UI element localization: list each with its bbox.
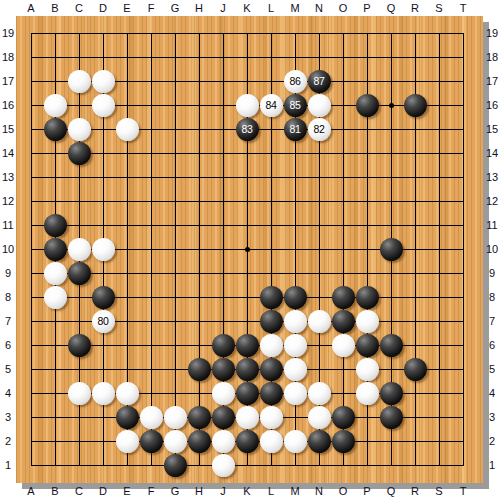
board-point-G2[interactable] bbox=[163, 429, 187, 453]
board-point-D3[interactable] bbox=[91, 405, 115, 429]
board-point-O5[interactable] bbox=[331, 357, 355, 381]
board-point-T1[interactable] bbox=[451, 453, 475, 477]
board-point-S5[interactable] bbox=[427, 357, 451, 381]
board-point-G5[interactable] bbox=[163, 357, 187, 381]
board-point-O2[interactable] bbox=[331, 429, 355, 453]
board-point-M8[interactable] bbox=[283, 285, 307, 309]
board-point-E6[interactable] bbox=[115, 333, 139, 357]
board-point-T9[interactable] bbox=[451, 261, 475, 285]
board-point-C18[interactable] bbox=[67, 45, 91, 69]
board-point-A7[interactable] bbox=[19, 309, 43, 333]
board-point-H9[interactable] bbox=[187, 261, 211, 285]
board-point-L3[interactable] bbox=[259, 405, 283, 429]
board-point-C2[interactable] bbox=[67, 429, 91, 453]
board-point-S9[interactable] bbox=[427, 261, 451, 285]
board-point-N19[interactable] bbox=[307, 21, 331, 45]
board-point-O19[interactable] bbox=[331, 21, 355, 45]
board-point-F3[interactable] bbox=[139, 405, 163, 429]
board-point-C9[interactable] bbox=[67, 261, 91, 285]
board-point-C11[interactable] bbox=[67, 213, 91, 237]
board-point-N14[interactable] bbox=[307, 141, 331, 165]
board-point-K9[interactable] bbox=[235, 261, 259, 285]
board-point-F16[interactable] bbox=[139, 93, 163, 117]
board-point-G18[interactable] bbox=[163, 45, 187, 69]
board-point-Q19[interactable] bbox=[379, 21, 403, 45]
board-point-C1[interactable] bbox=[67, 453, 91, 477]
board-point-H12[interactable] bbox=[187, 189, 211, 213]
board-point-H8[interactable] bbox=[187, 285, 211, 309]
board-point-K3[interactable] bbox=[235, 405, 259, 429]
board-point-F7[interactable] bbox=[139, 309, 163, 333]
board-point-H2[interactable] bbox=[187, 429, 211, 453]
board-point-B15[interactable] bbox=[43, 117, 67, 141]
board-point-F12[interactable] bbox=[139, 189, 163, 213]
board-point-L17[interactable] bbox=[259, 69, 283, 93]
board-point-S13[interactable] bbox=[427, 165, 451, 189]
board-point-P12[interactable] bbox=[355, 189, 379, 213]
board-point-E19[interactable] bbox=[115, 21, 139, 45]
board-point-D8[interactable] bbox=[91, 285, 115, 309]
board-point-D6[interactable] bbox=[91, 333, 115, 357]
board-point-H4[interactable] bbox=[187, 381, 211, 405]
board-point-A19[interactable] bbox=[19, 21, 43, 45]
board-point-R8[interactable] bbox=[403, 285, 427, 309]
board-point-R16[interactable] bbox=[403, 93, 427, 117]
board-point-K1[interactable] bbox=[235, 453, 259, 477]
board-point-R9[interactable] bbox=[403, 261, 427, 285]
board-point-L19[interactable] bbox=[259, 21, 283, 45]
board-point-M1[interactable] bbox=[283, 453, 307, 477]
board-point-A11[interactable] bbox=[19, 213, 43, 237]
board-point-G17[interactable] bbox=[163, 69, 187, 93]
board-point-C7[interactable] bbox=[67, 309, 91, 333]
board-point-H18[interactable] bbox=[187, 45, 211, 69]
board-point-M17[interactable]: 86 bbox=[283, 69, 307, 93]
board-point-T2[interactable] bbox=[451, 429, 475, 453]
board-point-F6[interactable] bbox=[139, 333, 163, 357]
board-point-J11[interactable] bbox=[211, 213, 235, 237]
board-point-T17[interactable] bbox=[451, 69, 475, 93]
board-point-Q6[interactable] bbox=[379, 333, 403, 357]
board-point-R3[interactable] bbox=[403, 405, 427, 429]
board-point-D5[interactable] bbox=[91, 357, 115, 381]
board-point-N16[interactable] bbox=[307, 93, 331, 117]
board-point-R18[interactable] bbox=[403, 45, 427, 69]
board-point-L2[interactable] bbox=[259, 429, 283, 453]
board-point-C5[interactable] bbox=[67, 357, 91, 381]
board-point-B17[interactable] bbox=[43, 69, 67, 93]
board-point-G3[interactable] bbox=[163, 405, 187, 429]
board-point-J18[interactable] bbox=[211, 45, 235, 69]
board-point-N18[interactable] bbox=[307, 45, 331, 69]
board-point-K16[interactable] bbox=[235, 93, 259, 117]
board-point-J6[interactable] bbox=[211, 333, 235, 357]
board-point-D15[interactable] bbox=[91, 117, 115, 141]
board-point-P2[interactable] bbox=[355, 429, 379, 453]
board-point-P5[interactable] bbox=[355, 357, 379, 381]
board-point-S1[interactable] bbox=[427, 453, 451, 477]
board-point-T14[interactable] bbox=[451, 141, 475, 165]
board-point-L7[interactable] bbox=[259, 309, 283, 333]
board-point-G12[interactable] bbox=[163, 189, 187, 213]
board-point-G8[interactable] bbox=[163, 285, 187, 309]
board-point-D9[interactable] bbox=[91, 261, 115, 285]
board-point-L11[interactable] bbox=[259, 213, 283, 237]
board-point-R12[interactable] bbox=[403, 189, 427, 213]
board-point-E8[interactable] bbox=[115, 285, 139, 309]
board-point-A9[interactable] bbox=[19, 261, 43, 285]
board-point-D1[interactable] bbox=[91, 453, 115, 477]
board-point-A3[interactable] bbox=[19, 405, 43, 429]
board-point-T4[interactable] bbox=[451, 381, 475, 405]
board-point-P16[interactable] bbox=[355, 93, 379, 117]
board-point-O8[interactable] bbox=[331, 285, 355, 309]
board-point-Q17[interactable] bbox=[379, 69, 403, 93]
board-point-E4[interactable] bbox=[115, 381, 139, 405]
board-point-A12[interactable] bbox=[19, 189, 43, 213]
board-point-M12[interactable] bbox=[283, 189, 307, 213]
board-point-B10[interactable] bbox=[43, 237, 67, 261]
board-point-K12[interactable] bbox=[235, 189, 259, 213]
board-point-G15[interactable] bbox=[163, 117, 187, 141]
board-point-D12[interactable] bbox=[91, 189, 115, 213]
board-point-J16[interactable] bbox=[211, 93, 235, 117]
board-point-D2[interactable] bbox=[91, 429, 115, 453]
board-point-S15[interactable] bbox=[427, 117, 451, 141]
board-point-C10[interactable] bbox=[67, 237, 91, 261]
board-point-N6[interactable] bbox=[307, 333, 331, 357]
board-point-T3[interactable] bbox=[451, 405, 475, 429]
board-point-H15[interactable] bbox=[187, 117, 211, 141]
board-point-B13[interactable] bbox=[43, 165, 67, 189]
board-point-E18[interactable] bbox=[115, 45, 139, 69]
board-point-A14[interactable] bbox=[19, 141, 43, 165]
board-point-D19[interactable] bbox=[91, 21, 115, 45]
board-point-B1[interactable] bbox=[43, 453, 67, 477]
board-point-S17[interactable] bbox=[427, 69, 451, 93]
board-point-K2[interactable] bbox=[235, 429, 259, 453]
board-point-O18[interactable] bbox=[331, 45, 355, 69]
board-point-K17[interactable] bbox=[235, 69, 259, 93]
board-point-L10[interactable] bbox=[259, 237, 283, 261]
board-point-F2[interactable] bbox=[139, 429, 163, 453]
board-point-P17[interactable] bbox=[355, 69, 379, 93]
board-point-J1[interactable] bbox=[211, 453, 235, 477]
board-point-K5[interactable] bbox=[235, 357, 259, 381]
board-point-S8[interactable] bbox=[427, 285, 451, 309]
board-point-B2[interactable] bbox=[43, 429, 67, 453]
board-point-O6[interactable] bbox=[331, 333, 355, 357]
board-point-A18[interactable] bbox=[19, 45, 43, 69]
board-point-H11[interactable] bbox=[187, 213, 211, 237]
board-point-S4[interactable] bbox=[427, 381, 451, 405]
board-point-H1[interactable] bbox=[187, 453, 211, 477]
board-point-J4[interactable] bbox=[211, 381, 235, 405]
board-point-H14[interactable] bbox=[187, 141, 211, 165]
board-point-R15[interactable] bbox=[403, 117, 427, 141]
board-point-P10[interactable] bbox=[355, 237, 379, 261]
board-point-F9[interactable] bbox=[139, 261, 163, 285]
board-point-G6[interactable] bbox=[163, 333, 187, 357]
board-point-S18[interactable] bbox=[427, 45, 451, 69]
board-point-H19[interactable] bbox=[187, 21, 211, 45]
board-point-H6[interactable] bbox=[187, 333, 211, 357]
board-point-F1[interactable] bbox=[139, 453, 163, 477]
board-point-J7[interactable] bbox=[211, 309, 235, 333]
board-point-E13[interactable] bbox=[115, 165, 139, 189]
board-point-S2[interactable] bbox=[427, 429, 451, 453]
board-point-H10[interactable] bbox=[187, 237, 211, 261]
board-point-P6[interactable] bbox=[355, 333, 379, 357]
board-point-R14[interactable] bbox=[403, 141, 427, 165]
board-point-F13[interactable] bbox=[139, 165, 163, 189]
board-point-O4[interactable] bbox=[331, 381, 355, 405]
board-point-R6[interactable] bbox=[403, 333, 427, 357]
board-point-Q2[interactable] bbox=[379, 429, 403, 453]
board-point-Q13[interactable] bbox=[379, 165, 403, 189]
board-point-E3[interactable] bbox=[115, 405, 139, 429]
board-point-K6[interactable] bbox=[235, 333, 259, 357]
board-point-P1[interactable] bbox=[355, 453, 379, 477]
board-point-B6[interactable] bbox=[43, 333, 67, 357]
board-point-A13[interactable] bbox=[19, 165, 43, 189]
board-point-P14[interactable] bbox=[355, 141, 379, 165]
board-point-Q4[interactable] bbox=[379, 381, 403, 405]
board-point-P4[interactable] bbox=[355, 381, 379, 405]
board-point-R11[interactable] bbox=[403, 213, 427, 237]
board-point-K19[interactable] bbox=[235, 21, 259, 45]
board-point-B16[interactable] bbox=[43, 93, 67, 117]
board-point-A8[interactable] bbox=[19, 285, 43, 309]
board-point-Q15[interactable] bbox=[379, 117, 403, 141]
board-point-F15[interactable] bbox=[139, 117, 163, 141]
board-point-S6[interactable] bbox=[427, 333, 451, 357]
board-point-T16[interactable] bbox=[451, 93, 475, 117]
board-point-T11[interactable] bbox=[451, 213, 475, 237]
board-point-Q12[interactable] bbox=[379, 189, 403, 213]
board-point-A6[interactable] bbox=[19, 333, 43, 357]
board-point-M15[interactable]: 81 bbox=[283, 117, 307, 141]
board-point-O14[interactable] bbox=[331, 141, 355, 165]
board-point-N3[interactable] bbox=[307, 405, 331, 429]
board-point-P7[interactable] bbox=[355, 309, 379, 333]
board-point-E11[interactable] bbox=[115, 213, 139, 237]
board-point-N15[interactable]: 82 bbox=[307, 117, 331, 141]
board-point-T15[interactable] bbox=[451, 117, 475, 141]
board-point-B12[interactable] bbox=[43, 189, 67, 213]
board-point-A4[interactable] bbox=[19, 381, 43, 405]
board-point-S10[interactable] bbox=[427, 237, 451, 261]
board-point-G7[interactable] bbox=[163, 309, 187, 333]
board-point-F11[interactable] bbox=[139, 213, 163, 237]
board-point-F5[interactable] bbox=[139, 357, 163, 381]
board-point-F17[interactable] bbox=[139, 69, 163, 93]
board-point-O10[interactable] bbox=[331, 237, 355, 261]
board-point-B9[interactable] bbox=[43, 261, 67, 285]
board-point-E15[interactable] bbox=[115, 117, 139, 141]
board-point-N8[interactable] bbox=[307, 285, 331, 309]
board-point-K18[interactable] bbox=[235, 45, 259, 69]
board-point-G19[interactable] bbox=[163, 21, 187, 45]
board-point-F14[interactable] bbox=[139, 141, 163, 165]
board-point-E7[interactable] bbox=[115, 309, 139, 333]
board-point-O17[interactable] bbox=[331, 69, 355, 93]
board-point-T8[interactable] bbox=[451, 285, 475, 309]
board-point-R19[interactable] bbox=[403, 21, 427, 45]
board-point-B4[interactable] bbox=[43, 381, 67, 405]
board-point-C17[interactable] bbox=[67, 69, 91, 93]
board-point-B7[interactable] bbox=[43, 309, 67, 333]
board-point-N12[interactable] bbox=[307, 189, 331, 213]
board-point-N11[interactable] bbox=[307, 213, 331, 237]
board-point-E2[interactable] bbox=[115, 429, 139, 453]
board-point-O13[interactable] bbox=[331, 165, 355, 189]
board-point-B11[interactable] bbox=[43, 213, 67, 237]
board-point-D14[interactable] bbox=[91, 141, 115, 165]
board-point-T19[interactable] bbox=[451, 21, 475, 45]
board-point-J17[interactable] bbox=[211, 69, 235, 93]
board-point-H3[interactable] bbox=[187, 405, 211, 429]
board-point-M19[interactable] bbox=[283, 21, 307, 45]
board-point-O1[interactable] bbox=[331, 453, 355, 477]
board-point-O12[interactable] bbox=[331, 189, 355, 213]
board-point-J9[interactable] bbox=[211, 261, 235, 285]
board-point-C4[interactable] bbox=[67, 381, 91, 405]
board-point-C8[interactable] bbox=[67, 285, 91, 309]
board-point-B14[interactable] bbox=[43, 141, 67, 165]
board-point-C3[interactable] bbox=[67, 405, 91, 429]
board-point-O11[interactable] bbox=[331, 213, 355, 237]
board-point-K15[interactable]: 83 bbox=[235, 117, 259, 141]
board-point-R4[interactable] bbox=[403, 381, 427, 405]
board-point-R2[interactable] bbox=[403, 429, 427, 453]
board-point-J13[interactable] bbox=[211, 165, 235, 189]
board-point-G11[interactable] bbox=[163, 213, 187, 237]
board-point-R10[interactable] bbox=[403, 237, 427, 261]
board-point-Q7[interactable] bbox=[379, 309, 403, 333]
board-point-N10[interactable] bbox=[307, 237, 331, 261]
board-point-D7[interactable]: 80 bbox=[91, 309, 115, 333]
board-point-M13[interactable] bbox=[283, 165, 307, 189]
board-point-B18[interactable] bbox=[43, 45, 67, 69]
board-point-N1[interactable] bbox=[307, 453, 331, 477]
board-point-P13[interactable] bbox=[355, 165, 379, 189]
board-point-J14[interactable] bbox=[211, 141, 235, 165]
board-point-L15[interactable] bbox=[259, 117, 283, 141]
board-point-S11[interactable] bbox=[427, 213, 451, 237]
board-point-D18[interactable] bbox=[91, 45, 115, 69]
board-point-Q14[interactable] bbox=[379, 141, 403, 165]
board-point-Q18[interactable] bbox=[379, 45, 403, 69]
board-point-P15[interactable] bbox=[355, 117, 379, 141]
board-point-E12[interactable] bbox=[115, 189, 139, 213]
board-point-M14[interactable] bbox=[283, 141, 307, 165]
board-point-M9[interactable] bbox=[283, 261, 307, 285]
board-point-L5[interactable] bbox=[259, 357, 283, 381]
board-point-O16[interactable] bbox=[331, 93, 355, 117]
board-point-D17[interactable] bbox=[91, 69, 115, 93]
board-point-K11[interactable] bbox=[235, 213, 259, 237]
board-point-M11[interactable] bbox=[283, 213, 307, 237]
board-point-M4[interactable] bbox=[283, 381, 307, 405]
board-point-P9[interactable] bbox=[355, 261, 379, 285]
board-point-B5[interactable] bbox=[43, 357, 67, 381]
board-point-E17[interactable] bbox=[115, 69, 139, 93]
board-point-R17[interactable] bbox=[403, 69, 427, 93]
board-point-Q16[interactable] bbox=[379, 93, 403, 117]
board-point-M6[interactable] bbox=[283, 333, 307, 357]
board-point-A5[interactable] bbox=[19, 357, 43, 381]
board-point-E1[interactable] bbox=[115, 453, 139, 477]
board-point-S3[interactable] bbox=[427, 405, 451, 429]
board-point-P8[interactable] bbox=[355, 285, 379, 309]
board-point-H17[interactable] bbox=[187, 69, 211, 93]
board-point-N5[interactable] bbox=[307, 357, 331, 381]
board-point-Q11[interactable] bbox=[379, 213, 403, 237]
board-point-F10[interactable] bbox=[139, 237, 163, 261]
board-point-D10[interactable] bbox=[91, 237, 115, 261]
board-point-A2[interactable] bbox=[19, 429, 43, 453]
board-point-N7[interactable] bbox=[307, 309, 331, 333]
board-point-M3[interactable] bbox=[283, 405, 307, 429]
board-point-K14[interactable] bbox=[235, 141, 259, 165]
board-point-M2[interactable] bbox=[283, 429, 307, 453]
board-point-T13[interactable] bbox=[451, 165, 475, 189]
board-point-E9[interactable] bbox=[115, 261, 139, 285]
board-point-E14[interactable] bbox=[115, 141, 139, 165]
board-point-O15[interactable] bbox=[331, 117, 355, 141]
board-point-S16[interactable] bbox=[427, 93, 451, 117]
board-point-B8[interactable] bbox=[43, 285, 67, 309]
board-point-P3[interactable] bbox=[355, 405, 379, 429]
board-point-L18[interactable] bbox=[259, 45, 283, 69]
board-point-B19[interactable] bbox=[43, 21, 67, 45]
board-point-J12[interactable] bbox=[211, 189, 235, 213]
board-point-K7[interactable] bbox=[235, 309, 259, 333]
board-point-L8[interactable] bbox=[259, 285, 283, 309]
board-point-T5[interactable] bbox=[451, 357, 475, 381]
board-point-P19[interactable] bbox=[355, 21, 379, 45]
board-point-S19[interactable] bbox=[427, 21, 451, 45]
board-point-E16[interactable] bbox=[115, 93, 139, 117]
board-point-T6[interactable] bbox=[451, 333, 475, 357]
board-point-R5[interactable] bbox=[403, 357, 427, 381]
board-point-L6[interactable] bbox=[259, 333, 283, 357]
board-point-G4[interactable] bbox=[163, 381, 187, 405]
board-point-G16[interactable] bbox=[163, 93, 187, 117]
board-point-G10[interactable] bbox=[163, 237, 187, 261]
board-point-N17[interactable]: 87 bbox=[307, 69, 331, 93]
board-point-O3[interactable] bbox=[331, 405, 355, 429]
board-point-M18[interactable] bbox=[283, 45, 307, 69]
board-point-T18[interactable] bbox=[451, 45, 475, 69]
board-point-F8[interactable] bbox=[139, 285, 163, 309]
board-point-D13[interactable] bbox=[91, 165, 115, 189]
board-point-N9[interactable] bbox=[307, 261, 331, 285]
board-point-L4[interactable] bbox=[259, 381, 283, 405]
board-point-L14[interactable] bbox=[259, 141, 283, 165]
board-point-K8[interactable] bbox=[235, 285, 259, 309]
board-point-T12[interactable] bbox=[451, 189, 475, 213]
board-point-L16[interactable]: 84 bbox=[259, 93, 283, 117]
board-point-J8[interactable] bbox=[211, 285, 235, 309]
board-point-C14[interactable] bbox=[67, 141, 91, 165]
board-point-D16[interactable] bbox=[91, 93, 115, 117]
board-point-C13[interactable] bbox=[67, 165, 91, 189]
board-point-M16[interactable]: 85 bbox=[283, 93, 307, 117]
board-point-J5[interactable] bbox=[211, 357, 235, 381]
board-point-M5[interactable] bbox=[283, 357, 307, 381]
